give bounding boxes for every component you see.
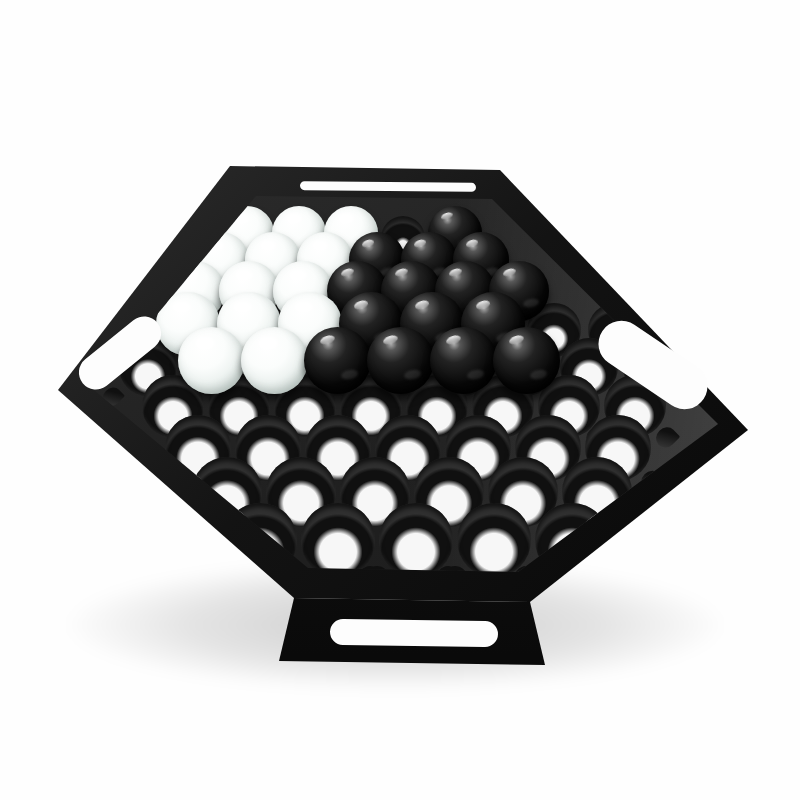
socket-r9c4[interactable] bbox=[457, 503, 531, 577]
marble-black-r5c7[interactable] bbox=[493, 327, 560, 394]
marble-white-r5c2[interactable] bbox=[178, 327, 245, 394]
photo-background bbox=[0, 0, 800, 800]
socket-r9c2[interactable] bbox=[301, 503, 375, 577]
rim-slot-top bbox=[300, 181, 476, 192]
marble-white-r5c3[interactable] bbox=[241, 327, 308, 394]
marble-black-r5c4[interactable] bbox=[304, 327, 371, 394]
rim-slot-bottom bbox=[330, 619, 498, 647]
socket-r9c3[interactable] bbox=[379, 503, 453, 577]
marble-black-r5c6[interactable] bbox=[430, 327, 497, 394]
marble-black-r5c5[interactable] bbox=[367, 327, 434, 394]
